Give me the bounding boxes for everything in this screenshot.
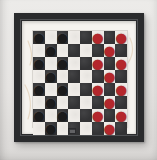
square-r5c5[interactable] bbox=[80, 83, 92, 96]
red-checker[interactable]: ● bbox=[104, 122, 115, 135]
red-checker[interactable]: ● bbox=[92, 57, 103, 70]
square-r1c4[interactable] bbox=[68, 31, 80, 44]
black-checker[interactable]: ● bbox=[57, 109, 68, 122]
square-r7c8[interactable]: ● bbox=[115, 109, 127, 122]
square-r5c8[interactable]: ● bbox=[115, 83, 127, 96]
black-checker[interactable]: ● bbox=[45, 122, 56, 135]
square-r8c2[interactable]: ● bbox=[45, 122, 57, 135]
square-r4c4[interactable] bbox=[68, 70, 80, 83]
square-r6c7[interactable]: ● bbox=[104, 96, 116, 109]
square-r6c4[interactable] bbox=[68, 96, 80, 109]
square-r7c1[interactable]: ● bbox=[33, 109, 45, 122]
red-checker[interactable]: ● bbox=[115, 57, 126, 70]
red-checker[interactable]: ● bbox=[92, 31, 103, 44]
black-checker[interactable]: ● bbox=[45, 44, 56, 57]
red-checker[interactable]: ● bbox=[92, 83, 103, 96]
square-r3c4[interactable] bbox=[68, 57, 80, 70]
square-r8c5[interactable] bbox=[80, 122, 92, 135]
square-r7c5[interactable] bbox=[80, 109, 92, 122]
square-r2c7[interactable]: ● bbox=[104, 44, 116, 57]
red-checker[interactable]: ● bbox=[92, 109, 103, 122]
square-r3c1[interactable]: ● bbox=[33, 57, 45, 70]
black-checker[interactable]: ● bbox=[33, 57, 44, 70]
photo-background: ●●●●●●●●●●●●●●●●●●●●●●●● bbox=[0, 0, 157, 160]
black-checker[interactable]: ● bbox=[45, 96, 56, 109]
square-r5c3[interactable]: ● bbox=[57, 83, 69, 96]
square-r8c3[interactable] bbox=[57, 122, 69, 135]
square-r1c3[interactable]: ● bbox=[57, 31, 69, 44]
square-r1c5[interactable] bbox=[80, 31, 92, 44]
brand-tile bbox=[68, 128, 76, 134]
square-r8c1[interactable] bbox=[33, 122, 45, 135]
square-r5c6[interactable]: ● bbox=[92, 83, 104, 96]
red-checker[interactable]: ● bbox=[104, 70, 115, 83]
square-r1c8[interactable]: ● bbox=[115, 31, 127, 44]
red-checker[interactable]: ● bbox=[104, 96, 115, 109]
square-r3c5[interactable] bbox=[80, 57, 92, 70]
square-r1c1[interactable]: ● bbox=[33, 31, 45, 44]
square-r1c6[interactable]: ● bbox=[92, 31, 104, 44]
square-r7c4[interactable] bbox=[68, 109, 80, 122]
square-r8c6[interactable] bbox=[92, 122, 104, 135]
red-checker[interactable]: ● bbox=[115, 109, 126, 122]
square-r2c5[interactable] bbox=[80, 44, 92, 57]
black-checker[interactable]: ● bbox=[57, 83, 68, 96]
square-r5c4[interactable] bbox=[68, 83, 80, 96]
square-r4c2[interactable]: ● bbox=[45, 70, 57, 83]
black-checker[interactable]: ● bbox=[33, 31, 44, 44]
square-r3c8[interactable]: ● bbox=[115, 57, 127, 70]
square-r4c5[interactable] bbox=[80, 70, 92, 83]
black-checker[interactable]: ● bbox=[33, 109, 44, 122]
square-r8c8[interactable] bbox=[115, 122, 127, 135]
square-r3c3[interactable]: ● bbox=[57, 57, 69, 70]
square-r5c1[interactable]: ● bbox=[33, 83, 45, 96]
frame-mat: ●●●●●●●●●●●●●●●●●●●●●●●● bbox=[22, 21, 136, 134]
square-r7c3[interactable]: ● bbox=[57, 109, 69, 122]
red-checker[interactable]: ● bbox=[104, 44, 115, 57]
black-checker[interactable]: ● bbox=[57, 31, 68, 44]
black-checker[interactable]: ● bbox=[33, 83, 44, 96]
square-r2c4[interactable] bbox=[68, 44, 80, 57]
black-checker[interactable]: ● bbox=[45, 70, 56, 83]
square-r8c7[interactable]: ● bbox=[104, 122, 116, 135]
red-checker[interactable]: ● bbox=[115, 83, 126, 96]
square-r6c2[interactable]: ● bbox=[45, 96, 57, 109]
red-checker[interactable]: ● bbox=[115, 31, 126, 44]
black-checker[interactable]: ● bbox=[57, 57, 68, 70]
square-r2c2[interactable]: ● bbox=[45, 44, 57, 57]
picture-frame: ●●●●●●●●●●●●●●●●●●●●●●●● bbox=[14, 13, 144, 142]
square-r6c5[interactable] bbox=[80, 96, 92, 109]
square-r7c6[interactable]: ● bbox=[92, 109, 104, 122]
square-r4c7[interactable]: ● bbox=[104, 70, 116, 83]
square-r3c6[interactable]: ● bbox=[92, 57, 104, 70]
checkers-board: ●●●●●●●●●●●●●●●●●●●●●●●● bbox=[33, 31, 127, 127]
